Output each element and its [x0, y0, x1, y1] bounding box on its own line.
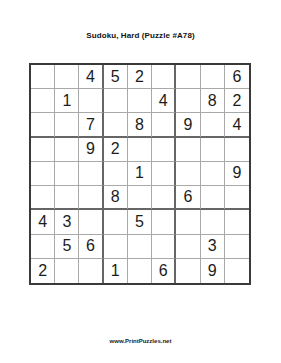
page-title: Sudoku, Hard (Puzzle #A78): [0, 31, 281, 40]
footer-site-label: www.PrintPuzzles.net: [0, 338, 281, 344]
cell-r1c4: 5: [104, 65, 128, 89]
cell-r9c8: 9: [201, 259, 225, 283]
cell-r1c9: 6: [225, 65, 249, 89]
cell-r5c1: [31, 162, 55, 186]
cell-r6c7: 6: [176, 186, 200, 210]
cell-r1c1: [31, 65, 55, 89]
cell-r2c6: 4: [152, 89, 176, 113]
cell-r5c4: [104, 162, 128, 186]
cell-r3c3: 7: [79, 113, 103, 137]
cell-r9c2: [55, 259, 79, 283]
cell-r4c5: [128, 138, 152, 162]
cell-r3c5: 8: [128, 113, 152, 137]
cell-r7c7: [176, 210, 200, 234]
cell-r2c5: [128, 89, 152, 113]
cell-r3c2: [55, 113, 79, 137]
cell-r7c4: [104, 210, 128, 234]
cell-r5c5: 1: [128, 162, 152, 186]
cell-r2c9: 2: [225, 89, 249, 113]
cell-r4c4: 2: [104, 138, 128, 162]
sudoku-grid: 4526148278949219864355632169: [29, 63, 251, 285]
cell-r2c2: 1: [55, 89, 79, 113]
cell-r3c4: [104, 113, 128, 137]
puzzle-page: Sudoku, Hard (Puzzle #A78) 4526148278949…: [0, 0, 281, 363]
cell-r8c9: [225, 235, 249, 259]
cell-r1c6: [152, 65, 176, 89]
cell-r5c7: [176, 162, 200, 186]
cell-r4c8: [201, 138, 225, 162]
cell-r1c5: 2: [128, 65, 152, 89]
cell-r4c9: [225, 138, 249, 162]
cell-r5c8: [201, 162, 225, 186]
cell-r8c1: [31, 235, 55, 259]
cell-r9c9: [225, 259, 249, 283]
cell-r8c2: 5: [55, 235, 79, 259]
cell-r2c7: [176, 89, 200, 113]
cell-r6c9: [225, 186, 249, 210]
cell-r6c2: [55, 186, 79, 210]
cell-r2c3: [79, 89, 103, 113]
cell-r4c7: [176, 138, 200, 162]
cell-r7c5: 5: [128, 210, 152, 234]
cell-r6c3: [79, 186, 103, 210]
cell-r8c6: [152, 235, 176, 259]
cell-r7c1: 4: [31, 210, 55, 234]
cell-r5c2: [55, 162, 79, 186]
cell-r7c2: 3: [55, 210, 79, 234]
cell-r3c1: [31, 113, 55, 137]
cell-r6c6: [152, 186, 176, 210]
cell-r9c7: [176, 259, 200, 283]
cell-r6c5: [128, 186, 152, 210]
cell-r9c5: [128, 259, 152, 283]
cell-r6c1: [31, 186, 55, 210]
cell-r8c7: [176, 235, 200, 259]
cell-r7c8: [201, 210, 225, 234]
cell-r3c9: 4: [225, 113, 249, 137]
cell-r3c6: [152, 113, 176, 137]
cell-r3c8: [201, 113, 225, 137]
cell-r9c6: 6: [152, 259, 176, 283]
cell-r4c6: [152, 138, 176, 162]
cell-r4c1: [31, 138, 55, 162]
cell-r7c3: [79, 210, 103, 234]
cell-r7c6: [152, 210, 176, 234]
cell-r1c3: 4: [79, 65, 103, 89]
cell-r9c3: [79, 259, 103, 283]
cell-r2c4: [104, 89, 128, 113]
cell-r4c3: 9: [79, 138, 103, 162]
cell-r1c7: [176, 65, 200, 89]
cell-r5c3: [79, 162, 103, 186]
cell-r2c8: 8: [201, 89, 225, 113]
cell-r6c8: [201, 186, 225, 210]
cell-r9c4: 1: [104, 259, 128, 283]
cell-r4c2: [55, 138, 79, 162]
cell-r5c6: [152, 162, 176, 186]
cell-r1c8: [201, 65, 225, 89]
cell-r1c2: [55, 65, 79, 89]
cell-r8c3: 6: [79, 235, 103, 259]
cell-r3c7: 9: [176, 113, 200, 137]
cell-r9c1: 2: [31, 259, 55, 283]
cell-r6c4: 8: [104, 186, 128, 210]
cell-r8c5: [128, 235, 152, 259]
cell-r8c8: 3: [201, 235, 225, 259]
cell-r8c4: [104, 235, 128, 259]
cell-r5c9: 9: [225, 162, 249, 186]
cell-r2c1: [31, 89, 55, 113]
cell-r7c9: [225, 210, 249, 234]
